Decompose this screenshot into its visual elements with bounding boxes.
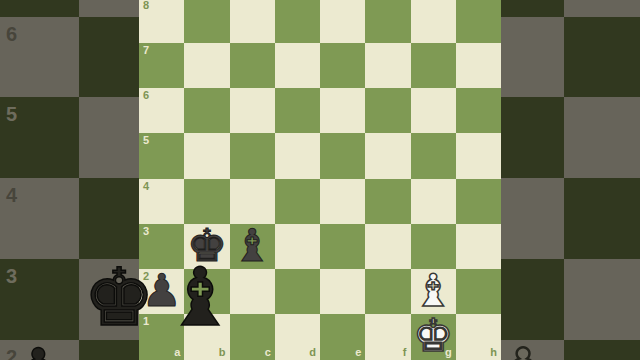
backdrop-square-h6	[564, 17, 640, 98]
square-g2[interactable]: ♝	[411, 269, 456, 314]
square-a2[interactable]: 2♟	[139, 269, 184, 314]
square-f3[interactable]	[365, 224, 410, 269]
square-d3[interactable]	[275, 224, 320, 269]
square-d1[interactable]: d	[275, 314, 320, 359]
square-b6[interactable]	[184, 88, 229, 133]
backdrop-rank-label-5: 5	[6, 104, 17, 124]
file-label-b: b	[219, 347, 226, 358]
square-g4[interactable]	[411, 179, 456, 224]
square-c8[interactable]	[230, 0, 275, 43]
file-label-f: f	[403, 347, 407, 358]
square-h8[interactable]	[456, 0, 501, 43]
black-king-piece[interactable]: ♚	[187, 223, 227, 268]
backdrop-square-a6: 6	[0, 17, 79, 98]
file-label-e: e	[355, 347, 361, 358]
square-e3[interactable]	[320, 224, 365, 269]
square-c2[interactable]	[230, 269, 275, 314]
square-d7[interactable]	[275, 43, 320, 88]
rank-label-4: 4	[143, 181, 149, 192]
backdrop-white-bishop-piece: ♝	[487, 339, 559, 360]
square-a8[interactable]: 8	[139, 0, 184, 43]
backdrop-square-a7: 7	[0, 0, 79, 17]
square-a4[interactable]: 4	[139, 179, 184, 224]
backdrop-rank-label-3: 3	[6, 266, 17, 286]
rank-label-3: 3	[143, 226, 149, 237]
square-c7[interactable]	[230, 43, 275, 88]
square-a5[interactable]: 5	[139, 133, 184, 178]
square-e2[interactable]	[320, 269, 365, 314]
square-g1[interactable]: g♚	[411, 314, 456, 359]
white-bishop-piece[interactable]: ♝	[413, 268, 453, 313]
backdrop-square-a3: 3	[0, 259, 79, 340]
backdrop-square-h4	[564, 178, 640, 259]
square-f5[interactable]	[365, 133, 410, 178]
square-e1[interactable]: e	[320, 314, 365, 359]
file-label-d: d	[309, 347, 316, 358]
square-f1[interactable]: f	[365, 314, 410, 359]
square-b3[interactable]: ♚	[184, 224, 229, 269]
square-c3[interactable]: ♝	[230, 224, 275, 269]
square-h4[interactable]	[456, 179, 501, 224]
square-b7[interactable]	[184, 43, 229, 88]
square-c6[interactable]	[230, 88, 275, 133]
black-bishop-piece[interactable]: ♝	[232, 223, 272, 268]
file-label-a: a	[174, 347, 180, 358]
rank-label-7: 7	[143, 45, 149, 56]
square-d8[interactable]	[275, 0, 320, 43]
square-d4[interactable]	[275, 179, 320, 224]
backdrop-square-a2: 2♟	[0, 340, 79, 360]
rank-label-6: 6	[143, 90, 149, 101]
square-c5[interactable]	[230, 133, 275, 178]
video-frame: 876543♚♝2♟♝1abcdefg♚h 876543♚♝2♟♝1abcdef…	[0, 0, 640, 360]
backdrop-square-h3	[564, 259, 640, 340]
rank-label-8: 8	[143, 0, 149, 11]
square-h2[interactable]	[456, 269, 501, 314]
backdrop-square-h2	[564, 340, 640, 360]
square-g5[interactable]	[411, 133, 456, 178]
backdrop-square-h5	[564, 97, 640, 178]
rank-label-5: 5	[143, 135, 149, 146]
square-e6[interactable]	[320, 88, 365, 133]
square-a7[interactable]: 7	[139, 43, 184, 88]
backdrop-square-h7	[564, 0, 640, 17]
square-c4[interactable]	[230, 179, 275, 224]
backdrop-black-pawn-piece: ♟	[3, 339, 75, 360]
backdrop-square-a5: 5	[0, 97, 79, 178]
square-g3[interactable]	[411, 224, 456, 269]
square-f8[interactable]	[365, 0, 410, 43]
square-h6[interactable]	[456, 88, 501, 133]
square-h7[interactable]	[456, 43, 501, 88]
backdrop-square-g2: ♝	[483, 340, 564, 360]
square-g8[interactable]	[411, 0, 456, 43]
square-h3[interactable]	[456, 224, 501, 269]
square-f6[interactable]	[365, 88, 410, 133]
square-e8[interactable]	[320, 0, 365, 43]
square-g6[interactable]	[411, 88, 456, 133]
square-e5[interactable]	[320, 133, 365, 178]
square-d5[interactable]	[275, 133, 320, 178]
black-pawn-piece[interactable]: ♟	[141, 268, 181, 313]
square-e7[interactable]	[320, 43, 365, 88]
backdrop-square-a4: 4	[0, 178, 79, 259]
square-c1[interactable]: c	[230, 314, 275, 359]
square-f7[interactable]	[365, 43, 410, 88]
square-b5[interactable]	[184, 133, 229, 178]
file-label-c: c	[265, 347, 271, 358]
square-g7[interactable]	[411, 43, 456, 88]
square-f2[interactable]	[365, 269, 410, 314]
square-e4[interactable]	[320, 179, 365, 224]
white-king-piece[interactable]: ♚	[413, 313, 453, 358]
square-b4[interactable]	[184, 179, 229, 224]
square-f4[interactable]	[365, 179, 410, 224]
square-a6[interactable]: 6	[139, 88, 184, 133]
square-b8[interactable]	[184, 0, 229, 43]
square-d2[interactable]	[275, 269, 320, 314]
backdrop-rank-label-6: 6	[6, 24, 17, 44]
backdrop-rank-label-4: 4	[6, 185, 17, 205]
square-d6[interactable]	[275, 88, 320, 133]
square-h5[interactable]	[456, 133, 501, 178]
